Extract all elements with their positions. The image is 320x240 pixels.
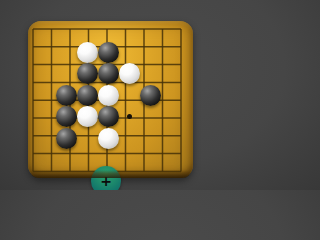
- app-background: { "game": "go", "board": { "size": 9, "w…: [0, 0, 229, 190]
- stone-white: [98, 128, 119, 149]
- stone-white: [77, 106, 98, 127]
- go-board[interactable]: [28, 21, 193, 178]
- plus-icon: +: [100, 174, 112, 188]
- stone-white: [119, 63, 140, 84]
- stone-white: [77, 42, 98, 63]
- stone-black: [77, 63, 98, 84]
- stone-black: [77, 85, 98, 106]
- stone-black: [56, 128, 77, 149]
- stone-white: [98, 85, 119, 106]
- stone-black: [140, 85, 161, 106]
- stone-black: [56, 106, 77, 127]
- stone-black: [98, 106, 119, 127]
- stone-black: [98, 63, 119, 84]
- stone-black: [56, 85, 77, 106]
- stone-black: [98, 42, 119, 63]
- add-move-button[interactable]: +: [91, 166, 121, 190]
